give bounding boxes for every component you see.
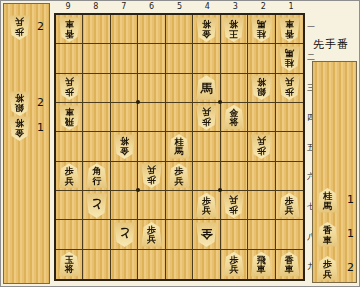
hand-entry-gote: 金将: [9, 116, 30, 141]
piece-kanji: 兵: [15, 17, 24, 27]
square-1a[interactable]: 香車: [276, 15, 303, 44]
square-2b[interactable]: [248, 44, 275, 73]
piece-kanji: 香: [65, 28, 74, 38]
square-5i[interactable]: [166, 250, 193, 279]
square-1c[interactable]: 歩兵: [276, 74, 303, 103]
square-2a[interactable]: 桂馬: [248, 15, 275, 44]
piece-kanji: 馬: [174, 147, 183, 157]
piece-kanji: 銀: [15, 103, 24, 113]
piece-gote-gold[interactable]: 金将: [9, 116, 30, 141]
piece-sente-rook[interactable]: 飛車: [251, 252, 272, 277]
piece-kanji: 金: [120, 145, 129, 155]
piece-gote-tokin[interactable]: と: [114, 222, 135, 247]
square-5g[interactable]: [166, 191, 193, 220]
piece-sente-knight[interactable]: 桂馬: [317, 188, 338, 213]
square-8g[interactable]: と: [83, 191, 110, 220]
file-label: 7: [110, 2, 138, 12]
piece-kanji: 馬: [200, 81, 212, 98]
piece-gote-silver[interactable]: 銀将: [251, 75, 272, 100]
square-7g[interactable]: [111, 191, 138, 220]
square-8e[interactable]: [83, 132, 110, 161]
piece-gote-knight[interactable]: 桂馬: [251, 17, 272, 42]
piece-kanji: 兵: [147, 235, 156, 245]
square-4b[interactable]: [193, 44, 220, 73]
square-8f[interactable]: 角行: [83, 162, 110, 191]
piece-kanji: 車: [65, 19, 74, 29]
piece-kanji: 兵: [229, 195, 238, 205]
piece-kanji: 兵: [202, 206, 211, 216]
square-3h[interactable]: [221, 220, 248, 249]
turn-indicator: 先手番: [313, 37, 349, 52]
piece-gote-lance[interactable]: 香車: [279, 17, 300, 42]
square-3f[interactable]: [221, 162, 248, 191]
hand-count: 2: [347, 262, 354, 273]
star-point: [136, 188, 140, 192]
square-4a[interactable]: 金将: [193, 15, 220, 44]
piece-kanji: 飛: [65, 116, 74, 126]
piece-kanji: 兵: [323, 270, 332, 280]
piece-kanji: 歩: [202, 116, 211, 126]
square-9b[interactable]: [56, 44, 83, 73]
square-5b[interactable]: [166, 44, 193, 73]
piece-kanji: 歩: [229, 204, 238, 214]
square-7i[interactable]: [111, 250, 138, 279]
square-1d[interactable]: [276, 103, 303, 132]
square-6a[interactable]: [138, 15, 165, 44]
shogi-board: 香車金将王将桂馬香車桂馬歩兵馬銀将歩兵飛車歩兵金将金将桂馬歩兵歩兵角行歩兵歩兵と…: [54, 13, 305, 281]
piece-gote-promoted-silver[interactable]: 全: [196, 222, 217, 247]
hand-entry-sente: 歩兵: [317, 256, 338, 281]
piece-gote-tokin[interactable]: と: [86, 193, 107, 218]
square-4i[interactable]: [193, 250, 220, 279]
piece-sente-knight[interactable]: 桂馬: [168, 134, 189, 159]
file-label: 3: [221, 2, 249, 12]
piece-sente-pawn[interactable]: 歩兵: [317, 256, 338, 281]
piece-sente-lance[interactable]: 香車: [317, 222, 338, 247]
square-7a[interactable]: [111, 15, 138, 44]
piece-kanji: 車: [323, 236, 332, 246]
square-8b[interactable]: [83, 44, 110, 73]
piece-kanji: 歩: [285, 87, 294, 97]
square-5a[interactable]: [166, 15, 193, 44]
square-6d[interactable]: [138, 103, 165, 132]
piece-sente-pawn[interactable]: 歩兵: [223, 252, 244, 277]
square-7e[interactable]: 金将: [111, 132, 138, 161]
square-7h[interactable]: と: [111, 220, 138, 249]
piece-kanji: 歩: [147, 175, 156, 185]
piece-kanji: 車: [285, 19, 294, 29]
piece-kanji: 馬: [257, 19, 266, 29]
square-5h[interactable]: [166, 220, 193, 249]
square-2d[interactable]: [248, 103, 275, 132]
piece-kanji: 兵: [285, 206, 294, 216]
square-5d[interactable]: [166, 103, 193, 132]
piece-sente-pawn[interactable]: 歩兵: [59, 163, 80, 188]
square-5f[interactable]: 歩兵: [166, 162, 193, 191]
star-point: [218, 188, 222, 192]
square-1i[interactable]: 香車: [276, 250, 303, 279]
hand-entry-sente: 桂馬: [317, 188, 338, 213]
piece-sente-bishop[interactable]: 角行: [86, 163, 107, 188]
piece-kanji: 金: [202, 28, 211, 38]
square-7b[interactable]: [111, 44, 138, 73]
square-6e[interactable]: [138, 132, 165, 161]
shogi-diagram: 歩兵2銀将2金将1 987654321 香車金将王将桂馬香車桂馬歩兵馬銀将歩兵飛…: [0, 0, 360, 287]
piece-kanji: 車: [285, 265, 294, 275]
piece-kanji: 将: [65, 265, 74, 275]
square-8a[interactable]: [83, 15, 110, 44]
piece-kanji: 歩: [65, 87, 74, 97]
square-2f[interactable]: [248, 162, 275, 191]
square-6f[interactable]: 歩兵: [138, 162, 165, 191]
piece-sente-horse[interactable]: 馬: [196, 75, 217, 100]
square-9f[interactable]: 歩兵: [56, 162, 83, 191]
piece-kanji: と: [118, 224, 130, 241]
file-label: 9: [54, 2, 82, 12]
piece-gote-pawn[interactable]: 歩兵: [59, 75, 80, 100]
piece-sente-lance[interactable]: 香車: [279, 252, 300, 277]
square-1b[interactable]: 桂馬: [276, 44, 303, 73]
file-label: 4: [193, 2, 221, 12]
piece-gote-pawn[interactable]: 歩兵: [251, 134, 272, 159]
piece-kanji: 将: [229, 19, 238, 29]
square-9i[interactable]: 玉将: [56, 250, 83, 279]
piece-gote-rook[interactable]: 飛車: [59, 105, 80, 130]
piece-kanji: 兵: [65, 77, 74, 87]
piece-kanji: 兵: [202, 107, 211, 117]
square-9h[interactable]: [56, 220, 83, 249]
square-2e[interactable]: 歩兵: [248, 132, 275, 161]
hand-entry-gote: 歩兵: [9, 15, 30, 40]
square-4c[interactable]: 馬: [193, 74, 220, 103]
square-6b[interactable]: [138, 44, 165, 73]
sente-hand-tray: 桂馬1香車1歩兵2: [312, 61, 357, 283]
piece-kanji: 将: [229, 118, 238, 128]
square-3b[interactable]: [221, 44, 248, 73]
piece-kanji: 車: [65, 107, 74, 117]
piece-kanji: 歩: [257, 145, 266, 155]
square-5c[interactable]: [166, 74, 193, 103]
piece-kanji: 将: [15, 93, 24, 103]
square-1h[interactable]: [276, 220, 303, 249]
square-4e[interactable]: [193, 132, 220, 161]
square-8h[interactable]: [83, 220, 110, 249]
file-label: 6: [138, 2, 166, 12]
piece-kanji: 桂: [257, 28, 266, 38]
piece-kanji: 将: [202, 19, 211, 29]
piece-kanji: 歩: [15, 27, 24, 37]
square-6h[interactable]: 歩兵: [138, 220, 165, 249]
piece-kanji: 全: [200, 224, 212, 241]
piece-kanji: 王: [229, 28, 238, 38]
piece-sente-pawn[interactable]: 歩兵: [196, 193, 217, 218]
file-label: 5: [166, 2, 194, 12]
hand-entry-gote: 銀将: [9, 91, 30, 116]
piece-kanji: 桂: [285, 57, 294, 67]
piece-gote-pawn[interactable]: 歩兵: [196, 105, 217, 130]
square-6c[interactable]: [138, 74, 165, 103]
square-7c[interactable]: [111, 74, 138, 103]
piece-gote-gold[interactable]: 金将: [114, 134, 135, 159]
square-2i[interactable]: 飛車: [248, 250, 275, 279]
piece-sente-pawn[interactable]: 歩兵: [279, 193, 300, 218]
piece-gote-pawn[interactable]: 歩兵: [141, 163, 162, 188]
piece-sente-pawn[interactable]: 歩兵: [168, 163, 189, 188]
square-7d[interactable]: [111, 103, 138, 132]
piece-kanji: 馬: [323, 202, 332, 212]
square-4f[interactable]: [193, 162, 220, 191]
square-3a[interactable]: 王将: [221, 15, 248, 44]
file-labels: 987654321: [54, 2, 305, 12]
square-1f[interactable]: [276, 162, 303, 191]
square-1g[interactable]: 歩兵: [276, 191, 303, 220]
piece-kanji: 将: [15, 118, 24, 128]
square-8d[interactable]: [83, 103, 110, 132]
piece-gote-lance[interactable]: 香車: [59, 17, 80, 42]
piece-kanji: 兵: [65, 177, 74, 187]
piece-sente-king[interactable]: 玉将: [59, 252, 80, 277]
piece-kanji: 兵: [147, 165, 156, 175]
piece-sente-gold[interactable]: 金将: [223, 105, 244, 130]
gote-hand-tray: 歩兵2銀将2金将1: [3, 3, 50, 284]
square-9e[interactable]: [56, 132, 83, 161]
square-7f[interactable]: [111, 162, 138, 191]
hand-count: 2: [37, 21, 44, 32]
piece-kanji: 将: [257, 77, 266, 87]
file-label: 1: [277, 2, 305, 12]
piece-kanji: と: [91, 195, 103, 212]
file-label: 2: [249, 2, 277, 12]
square-2c[interactable]: 銀将: [248, 74, 275, 103]
piece-kanji: 香: [285, 28, 294, 38]
piece-sente-pawn[interactable]: 歩兵: [141, 222, 162, 247]
piece-gote-pawn[interactable]: 歩兵: [9, 15, 30, 40]
piece-kanji: 兵: [174, 177, 183, 187]
hand-count: 1: [37, 122, 44, 133]
piece-gote-gold[interactable]: 金将: [196, 17, 217, 42]
square-3i[interactable]: 歩兵: [221, 250, 248, 279]
piece-kanji: 将: [120, 136, 129, 146]
piece-kanji: 兵: [229, 265, 238, 275]
hand-count: 1: [347, 194, 354, 205]
square-6i[interactable]: [138, 250, 165, 279]
piece-gote-pawn[interactable]: 歩兵: [223, 193, 244, 218]
square-6g[interactable]: [138, 191, 165, 220]
square-2h[interactable]: [248, 220, 275, 249]
piece-kanji: 行: [92, 177, 101, 187]
square-4d[interactable]: 歩兵: [193, 103, 220, 132]
square-3e[interactable]: [221, 132, 248, 161]
star-point: [218, 100, 222, 104]
piece-kanji: 金: [15, 128, 24, 138]
file-label: 8: [82, 2, 110, 12]
square-3d[interactable]: 金将: [221, 103, 248, 132]
piece-kanji: 兵: [285, 77, 294, 87]
piece-gote-silver[interactable]: 銀将: [9, 91, 30, 116]
piece-kanji: 車: [257, 265, 266, 275]
square-8c[interactable]: [83, 74, 110, 103]
square-9c[interactable]: 歩兵: [56, 74, 83, 103]
piece-gote-pawn[interactable]: 歩兵: [279, 75, 300, 100]
square-4h[interactable]: 全: [193, 220, 220, 249]
square-5e[interactable]: 桂馬: [166, 132, 193, 161]
square-4g[interactable]: 歩兵: [193, 191, 220, 220]
hand-count: 1: [347, 228, 354, 239]
square-2g[interactable]: [248, 191, 275, 220]
square-3g[interactable]: 歩兵: [221, 191, 248, 220]
square-3c[interactable]: [221, 74, 248, 103]
piece-kanji: 兵: [257, 136, 266, 146]
hand-count: 2: [37, 97, 44, 108]
piece-kanji: 馬: [285, 48, 294, 58]
piece-gote-knight[interactable]: 桂馬: [279, 46, 300, 71]
piece-gote-king[interactable]: 王将: [223, 17, 244, 42]
square-1e[interactable]: [276, 132, 303, 161]
piece-kanji: 銀: [257, 87, 266, 97]
star-point: [136, 100, 140, 104]
square-9d[interactable]: 飛車: [56, 103, 83, 132]
square-9a[interactable]: 香車: [56, 15, 83, 44]
square-8i[interactable]: [83, 250, 110, 279]
square-9g[interactable]: [56, 191, 83, 220]
hand-entry-sente: 香車: [317, 222, 338, 247]
